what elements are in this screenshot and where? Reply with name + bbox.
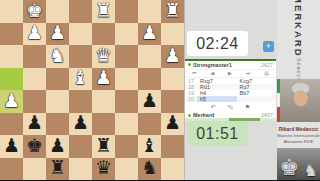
online-dot <box>188 63 191 66</box>
presenter-name: Rikard Medancic <box>277 126 320 132</box>
square-g5[interactable] <box>23 90 46 113</box>
move-nav-button-3[interactable]: ⏭ <box>246 70 251 77</box>
square-c7[interactable] <box>115 135 138 158</box>
move-nav-button-1[interactable]: ◀ <box>210 70 214 76</box>
square-c2[interactable] <box>115 23 138 46</box>
piece-wP-a3[interactable]: ♟ <box>164 46 181 65</box>
white-clock: 02:24 <box>187 31 248 56</box>
move-nav-bar: ⏮◀▶⏭▤ <box>185 69 276 79</box>
square-a1[interactable]: ♜ <box>161 0 184 23</box>
piece-bP-f7[interactable]: ♟ <box>49 136 66 155</box>
move-nav-button-0[interactable]: ⏮ <box>192 70 197 77</box>
square-e1[interactable] <box>69 0 92 23</box>
square-h5[interactable]: ♟ <box>0 90 23 113</box>
square-d5[interactable] <box>92 90 115 113</box>
square-h4[interactable] <box>0 68 23 91</box>
square-e8[interactable] <box>69 158 92 181</box>
square-c8[interactable] <box>115 158 138 181</box>
square-e6[interactable]: ♟ <box>69 113 92 136</box>
square-b1[interactable] <box>138 0 161 23</box>
square-f5[interactable] <box>46 90 69 113</box>
move-nav-button-4[interactable]: ▤ <box>264 70 269 76</box>
square-f4[interactable] <box>46 68 69 91</box>
photo-piece-glyph: ♚ <box>279 155 299 180</box>
piece-wN-f3[interactable]: ♞ <box>49 46 66 65</box>
black-clock-active: 01:51 <box>187 121 248 146</box>
square-e3[interactable] <box>69 45 92 68</box>
move-nav-button-2[interactable]: ▶ <box>228 70 232 76</box>
photo-piece-glyph: ♞ <box>303 161 317 180</box>
piece-bB-b7[interactable]: ♝ <box>141 136 158 155</box>
move-list-card: Strongmaster1 2427 ⏮◀▶⏭▤ 17Rxg7Kxg718Rd1… <box>185 61 276 119</box>
square-a6[interactable]: ♟ <box>161 113 184 136</box>
square-c4[interactable] <box>115 68 138 91</box>
square-h7[interactable]: ♟ <box>0 135 23 158</box>
game-panel: 02:24 + Strongmaster1 2427 ⏮◀▶⏭▤ 17Rxg7K… <box>185 0 277 180</box>
broadcast-frame: ♚♜♜♟♟♟♞♛♟♝♟♟♟♟♟♟♟♚♟♜♝♜♛♞ 02:24 + Strongm… <box>0 0 320 180</box>
channel-branding: MERKARD Scacchi <box>277 0 320 79</box>
square-d8[interactable]: ♛ <box>92 158 115 181</box>
piece-bP-g6[interactable]: ♟ <box>26 113 43 132</box>
chess-board[interactable]: ♚♜♜♟♟♟♞♛♟♝♟♟♟♟♟♟♟♚♟♜♝♜♛♞ <box>0 0 185 180</box>
square-c6[interactable] <box>115 113 138 136</box>
square-c3[interactable] <box>115 45 138 68</box>
piece-wR-d1[interactable]: ♜ <box>95 1 112 20</box>
square-e4[interactable]: ♝ <box>69 68 92 91</box>
square-b8[interactable]: ♞ <box>138 158 161 181</box>
player-row-white: Strongmaster1 2427 <box>185 61 276 69</box>
channel-sidebar: MERKARD Scacchi Rikard Medancic Maestro … <box>277 0 320 180</box>
square-h6[interactable] <box>0 113 23 136</box>
online-dot <box>188 114 191 117</box>
piece-wR-a1[interactable]: ♜ <box>164 1 181 20</box>
square-g3[interactable] <box>23 45 46 68</box>
square-g1[interactable]: ♚ <box>23 0 46 23</box>
square-b6[interactable] <box>138 113 161 136</box>
presenter-info: Rikard Medancic Maestro Internazionale A… <box>277 122 320 148</box>
square-f8[interactable]: ♜ <box>46 158 69 181</box>
square-h3[interactable] <box>0 45 23 68</box>
square-e5[interactable] <box>69 90 92 113</box>
piece-wK-g1[interactable]: ♚ <box>26 1 43 20</box>
square-e7[interactable] <box>69 135 92 158</box>
piece-wP-g2[interactable]: ♟ <box>26 23 43 42</box>
square-f6[interactable] <box>46 113 69 136</box>
piece-wP-h5[interactable]: ♟ <box>3 91 20 110</box>
square-b5[interactable]: ♟ <box>138 90 161 113</box>
game-actions: ↶ ½ ⚑ <box>185 102 276 111</box>
piece-bR-d7[interactable]: ♜ <box>95 136 112 155</box>
square-d2[interactable] <box>92 23 115 46</box>
square-a4[interactable] <box>161 68 184 91</box>
chess-pieces-photo: ♚♞ <box>277 148 320 180</box>
piece-bP-a6[interactable]: ♟ <box>164 113 181 132</box>
piece-bP-b5[interactable]: ♟ <box>141 91 158 110</box>
presenter-role-2: Allenatore FIDE <box>277 139 320 144</box>
square-b4[interactable] <box>138 68 161 91</box>
square-g2[interactable]: ♟ <box>23 23 46 46</box>
square-f7[interactable]: ♟ <box>46 135 69 158</box>
square-d4[interactable]: ♟ <box>92 68 115 91</box>
piece-bP-h7[interactable]: ♟ <box>3 136 20 155</box>
piece-bQ-d8[interactable]: ♛ <box>95 158 112 177</box>
presenter-photo <box>277 79 320 122</box>
white-player-name: Strongmaster1 <box>193 62 259 68</box>
square-e2[interactable] <box>69 23 92 46</box>
piece-bR-f8[interactable]: ♜ <box>49 158 66 177</box>
square-a7[interactable] <box>161 135 184 158</box>
square-h1[interactable] <box>0 0 23 23</box>
resign-button[interactable]: ⚑ <box>245 103 250 110</box>
square-d1[interactable]: ♜ <box>92 0 115 23</box>
square-g6[interactable]: ♟ <box>23 113 46 136</box>
square-g8[interactable] <box>23 158 46 181</box>
square-d6[interactable] <box>92 113 115 136</box>
square-a3[interactable]: ♟ <box>161 45 184 68</box>
piece-wQ-d3[interactable]: ♛ <box>95 46 112 65</box>
square-a8[interactable] <box>161 158 184 181</box>
square-a5[interactable] <box>161 90 184 113</box>
piece-bK-g7[interactable]: ♚ <box>26 136 43 155</box>
piece-wB-e4[interactable]: ♝ <box>72 68 89 87</box>
square-b7[interactable]: ♝ <box>138 135 161 158</box>
move-list: 17Rxg7Kxg718Rd1Rd719h4Bb720h5 <box>185 78 276 102</box>
square-h2[interactable] <box>0 23 23 46</box>
channel-title: MERKARD <box>293 0 304 57</box>
draw-offer-button[interactable]: ½ <box>228 104 233 110</box>
give-time-button[interactable]: + <box>263 41 274 52</box>
square-b2[interactable]: ♟ <box>138 23 161 46</box>
square-g7[interactable]: ♚ <box>23 135 46 158</box>
square-b3[interactable] <box>138 45 161 68</box>
square-c1[interactable] <box>115 0 138 23</box>
square-d3[interactable]: ♛ <box>92 45 115 68</box>
square-d7[interactable]: ♜ <box>92 135 115 158</box>
takeback-button[interactable]: ↶ <box>211 103 216 110</box>
piece-bN-b8[interactable]: ♞ <box>141 158 158 177</box>
presenter-role-1: Maestro Internazionale <box>277 133 320 138</box>
square-a2[interactable] <box>161 23 184 46</box>
piece-wP-f2[interactable]: ♟ <box>49 23 66 42</box>
square-f2[interactable]: ♟ <box>46 23 69 46</box>
italian-flag-stripe <box>277 79 280 122</box>
square-g4[interactable] <box>23 68 46 91</box>
square-c5[interactable] <box>115 90 138 113</box>
piece-bP-e6[interactable]: ♟ <box>72 113 89 132</box>
square-f3[interactable]: ♞ <box>46 45 69 68</box>
white-player-rating: 2427 <box>261 62 273 68</box>
square-h8[interactable] <box>0 158 23 181</box>
piece-wP-b2[interactable]: ♟ <box>141 23 158 42</box>
square-f1[interactable] <box>46 0 69 23</box>
piece-wP-d4[interactable]: ♟ <box>95 68 112 87</box>
